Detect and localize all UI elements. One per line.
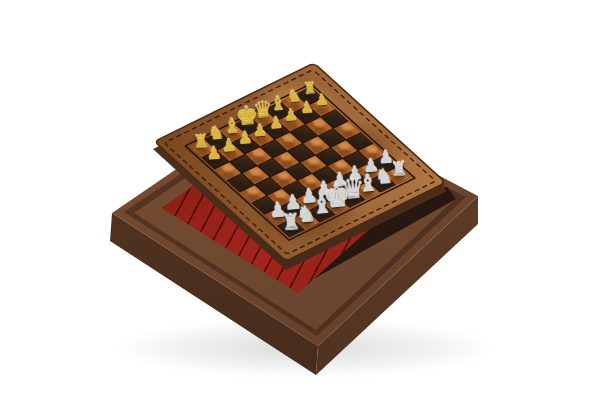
piece-gold-pawn[interactable]: ♟ (283, 107, 298, 124)
piece-gold-pawn[interactable]: ♟ (268, 115, 284, 132)
piece-gold-pawn[interactable]: ♟ (205, 144, 222, 163)
piece-gold-pawn[interactable]: ♟ (299, 100, 314, 117)
piece-gold-pawn[interactable]: ♟ (221, 137, 238, 155)
piece-gold-pawn[interactable]: ♟ (236, 129, 252, 147)
piece-gold-pawn[interactable]: ♟ (315, 93, 330, 109)
piece-gold-pawn[interactable]: ♟ (252, 122, 268, 140)
piece-silver-rook[interactable]: ♜ (280, 210, 301, 233)
product-photo: ♜♞♝♛♚♝♞♜♟♟♟♟♟♟♟♟♟♟♟♟♟♟♟♟♜♞♝♛♚♝♞♜ (0, 0, 600, 400)
